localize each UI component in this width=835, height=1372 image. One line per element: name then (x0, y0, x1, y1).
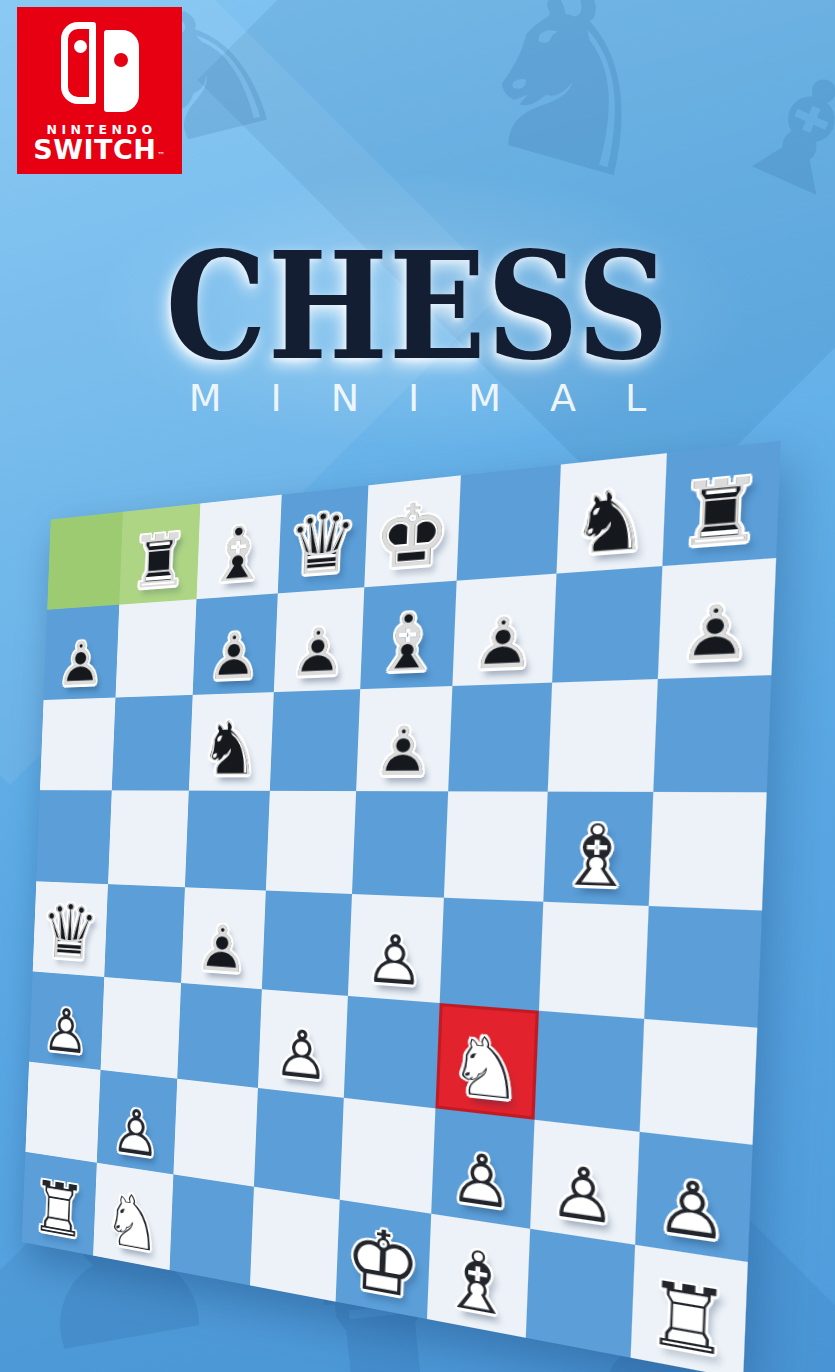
black-pawn-outline: ♙ (195, 917, 250, 983)
cover-art: ♞ ♞ ♝ ♟ ♞ ♜ NINTENDO SWITCH™ CHESS MINIM… (0, 0, 835, 1372)
joycon-left (61, 22, 96, 104)
joycon-left-dot (74, 40, 87, 53)
white-pawn-outline: ♙ (364, 925, 426, 996)
black-pawn-outline: ♙ (289, 619, 348, 687)
black-pawn[interactable]: ♟♙ (372, 719, 435, 792)
square-a6[interactable] (40, 698, 116, 791)
black-rook-outline: ♖ (128, 522, 190, 599)
square-a7[interactable]: ♟♙ (44, 605, 120, 700)
square-h3[interactable] (639, 1018, 757, 1144)
square-e2[interactable] (340, 1098, 436, 1214)
black-pawn-outline: ♙ (677, 595, 754, 673)
square-d8[interactable]: ♛♕ (278, 485, 369, 593)
square-g3[interactable] (534, 1010, 644, 1131)
square-g1[interactable] (525, 1229, 635, 1358)
black-knight[interactable]: ♞♘ (198, 711, 263, 791)
white-pawn-outline: ♙ (42, 1000, 91, 1064)
square-e4[interactable]: ♟♙ (348, 894, 444, 1003)
square-b4[interactable] (104, 884, 184, 983)
square-b5[interactable] (108, 791, 188, 887)
black-pawn-outline: ♙ (206, 625, 261, 690)
white-pawn-outline: ♙ (448, 1142, 514, 1220)
white-rook[interactable]: ♜♖ (30, 1170, 88, 1254)
white-pawn-outline: ♙ (273, 1020, 331, 1091)
black-knight[interactable]: ♞♘ (568, 476, 653, 573)
square-c5[interactable] (185, 791, 270, 890)
square-d6[interactable] (270, 689, 361, 791)
square-a5[interactable] (36, 791, 112, 884)
square-d3[interactable]: ♟♙ (258, 989, 348, 1098)
square-c2[interactable] (173, 1078, 258, 1186)
white-knight-outline: ♘ (102, 1181, 163, 1263)
black-knight-outline: ♘ (198, 711, 263, 786)
board-grid: ♜♖♝♗♛♕♚♔♞♘♜♖♟♙♟♙♟♙♝♗♟♙♟♙♞♘♟♙♝♗♛♕♟♙♟♙♟♙♟♙… (22, 441, 781, 1372)
square-h7[interactable]: ♟♙ (658, 558, 777, 679)
white-pawn-outline: ♙ (548, 1155, 619, 1236)
square-e1[interactable]: ♚♔ (336, 1200, 432, 1319)
square-b8[interactable]: ♜♖ (119, 504, 199, 605)
square-h8[interactable]: ♜♖ (662, 441, 781, 566)
square-c4[interactable]: ♟♙ (181, 887, 266, 989)
square-a1[interactable]: ♜♖ (22, 1152, 97, 1256)
white-rook-outline: ♖ (30, 1170, 88, 1250)
black-pawn[interactable]: ♟♙ (206, 625, 261, 695)
square-a4[interactable]: ♛♕ (33, 881, 109, 977)
square-f5[interactable] (444, 792, 547, 901)
black-pawn-outline: ♙ (372, 719, 435, 787)
square-a8[interactable] (47, 512, 123, 610)
game-title: CHESS (58, 232, 776, 380)
white-bishop-outline: ♗ (555, 813, 639, 900)
white-bishop[interactable]: ♝♗ (555, 813, 640, 905)
square-e7[interactable]: ♝♗ (360, 581, 457, 690)
switch-text: SWITCH (33, 134, 156, 165)
black-queen[interactable]: ♛♕ (285, 499, 360, 593)
white-king-outline: ♔ (344, 1214, 423, 1312)
square-h2[interactable]: ♟♙ (635, 1132, 753, 1262)
joycon-right-dot (114, 53, 128, 67)
square-c3[interactable] (177, 983, 262, 1088)
black-pawn[interactable]: ♟♙ (56, 634, 105, 700)
square-a3[interactable]: ♟♙ (29, 971, 104, 1070)
white-rook-outline: ♖ (643, 1268, 733, 1371)
square-h4[interactable] (644, 905, 762, 1027)
square-f7[interactable]: ♟♙ (453, 574, 556, 687)
square-h5[interactable] (648, 792, 766, 910)
square-b1[interactable]: ♞♘ (93, 1163, 173, 1270)
black-bishop[interactable]: ♝♗ (371, 601, 445, 689)
trademark-symbol: ™ (157, 151, 166, 160)
square-d7[interactable]: ♟♙ (274, 587, 365, 692)
black-queen-outline: ♕ (39, 893, 101, 972)
square-e3[interactable] (344, 996, 440, 1109)
black-pawn[interactable]: ♟♙ (288, 619, 347, 691)
square-b3[interactable] (101, 977, 181, 1079)
black-pawn-outline: ♙ (56, 634, 105, 695)
white-pawn[interactable]: ♟♙ (548, 1155, 619, 1242)
square-b2[interactable]: ♟♙ (97, 1070, 177, 1175)
game-subtitle: MINIMAL (0, 376, 835, 420)
square-a2[interactable] (25, 1061, 100, 1162)
chess-board: ♜♖♝♗♛♕♚♔♞♘♜♖♟♙♟♙♟♙♝♗♟♙♟♙♞♘♟♙♝♗♛♕♟♙♟♙♟♙♟♙… (22, 441, 781, 1372)
black-pawn-outline: ♙ (470, 608, 537, 680)
square-h1[interactable]: ♜♖ (630, 1245, 748, 1372)
square-f4[interactable] (440, 897, 543, 1010)
square-g2[interactable]: ♟♙ (530, 1119, 640, 1244)
square-h6[interactable] (653, 675, 771, 792)
square-c6[interactable]: ♞♘ (188, 692, 273, 791)
square-f8[interactable] (457, 465, 560, 581)
joycon-right (104, 30, 139, 112)
white-pawn[interactable]: ♟♙ (364, 925, 427, 1001)
switch-wordmark: SWITCH™ (17, 134, 182, 165)
black-king[interactable]: ♚♔ (372, 490, 452, 587)
square-g6[interactable] (547, 679, 657, 792)
square-f1[interactable]: ♝♗ (427, 1214, 529, 1338)
white-pawn[interactable]: ♟♙ (110, 1100, 162, 1172)
square-d2[interactable] (254, 1088, 344, 1200)
square-d1[interactable] (250, 1187, 340, 1302)
white-pawn[interactable]: ♟♙ (41, 1000, 90, 1068)
white-rook[interactable]: ♜♖ (643, 1268, 733, 1372)
white-pawn[interactable]: ♟♙ (448, 1142, 515, 1225)
square-d4[interactable] (262, 890, 352, 996)
white-pawn-outline: ♙ (654, 1168, 730, 1253)
square-e8[interactable]: ♚♔ (364, 475, 461, 587)
black-knight-outline: ♘ (568, 476, 653, 568)
white-pawn[interactable]: ♟♙ (272, 1020, 331, 1096)
square-g5[interactable]: ♝♗ (543, 792, 653, 905)
square-d5[interactable] (266, 791, 356, 893)
black-bishop-outline: ♗ (371, 601, 445, 684)
square-c1[interactable] (169, 1174, 254, 1285)
square-g7[interactable] (552, 566, 663, 683)
black-rook-outline: ♖ (675, 464, 766, 560)
black-pawn[interactable]: ♟♙ (470, 608, 537, 686)
square-c7[interactable]: ♟♙ (192, 594, 277, 696)
square-g4[interactable] (538, 901, 648, 1018)
square-g8[interactable]: ♞♘ (556, 453, 667, 574)
square-f6[interactable] (448, 683, 551, 792)
nintendo-switch-badge: NINTENDO SWITCH™ (17, 7, 182, 174)
square-c8[interactable]: ♝♗ (196, 495, 281, 600)
switch-logo-icon (61, 22, 139, 112)
black-rook[interactable]: ♜♖ (128, 522, 190, 604)
white-king[interactable]: ♚♔ (343, 1214, 422, 1318)
square-b6[interactable] (112, 695, 192, 791)
black-queen[interactable]: ♛♕ (39, 893, 102, 976)
black-bishop-outline: ♗ (206, 514, 271, 594)
black-queen-outline: ♕ (285, 499, 360, 588)
white-knight-outline: ♘ (447, 1023, 526, 1112)
black-bishop[interactable]: ♝♗ (205, 514, 271, 598)
white-bishop[interactable]: ♝♗ (438, 1235, 517, 1335)
square-e5[interactable] (352, 791, 448, 897)
white-knight[interactable]: ♞♘ (102, 1181, 163, 1268)
white-knight[interactable]: ♞♘ (447, 1023, 526, 1118)
black-rook[interactable]: ♜♖ (675, 464, 766, 565)
square-f2[interactable]: ♟♙ (431, 1108, 534, 1228)
black-pawn[interactable]: ♟♙ (677, 595, 754, 679)
square-f3[interactable]: ♞♘ (436, 1003, 539, 1120)
square-b7[interactable] (116, 599, 196, 697)
white-bishop-outline: ♗ (439, 1235, 517, 1330)
white-pawn[interactable]: ♟♙ (654, 1168, 731, 1258)
black-king-outline: ♔ (372, 490, 452, 582)
white-pawn-outline: ♙ (110, 1100, 162, 1168)
black-pawn[interactable]: ♟♙ (195, 917, 250, 988)
square-e6[interactable]: ♟♙ (356, 686, 453, 791)
